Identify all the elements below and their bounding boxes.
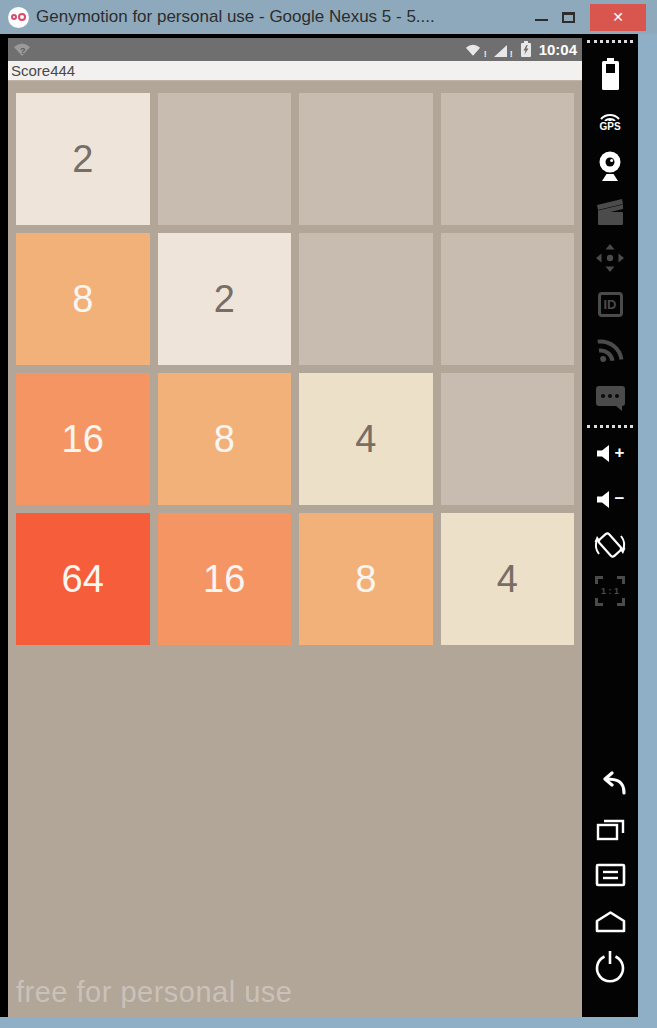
menu-button[interactable] [582,852,638,898]
back-icon [593,771,627,796]
battery-button[interactable] [582,51,638,97]
device-id-icon: ID [598,292,623,317]
broadcast-button[interactable] [582,327,638,373]
close-icon: ✕ [612,9,624,25]
device-id-button[interactable]: ID [582,281,638,327]
recent-apps-icon [595,816,626,842]
battery-charging-icon [520,41,532,58]
tile-8-r2c1: 8 [16,233,150,365]
gps-icon [597,109,623,121]
navigation-pad-button[interactable] [582,235,638,281]
rotate-screen-icon [592,527,628,563]
empty-cell-r3c4 [441,373,575,505]
minimize-icon [535,19,548,21]
pixel-perfect-icon: 1 : 1 [595,576,625,606]
home-button[interactable] [582,898,638,944]
minimize-button[interactable] [528,3,554,31]
sms-button[interactable] [582,373,638,419]
genymotion-toolbar: GPS [582,34,638,1017]
wifi-alert-mark: ! [484,49,487,59]
empty-cell-r1c4 [441,93,575,225]
camera-button[interactable] [582,143,638,189]
toolbar-separator-top [587,40,633,43]
tile-2-r1c1: 2 [16,93,150,225]
score-label: Score444 [11,62,75,79]
wifi-question-mark: ? [20,46,26,56]
volume-minus-sign: − [615,491,625,507]
broadcast-icon [594,334,626,366]
volume-up-button[interactable]: + [582,430,638,476]
camera-icon [595,150,625,183]
tile-4-r4c4: 4 [441,513,575,645]
pixel-perfect-button[interactable]: 1 : 1 [582,568,638,614]
window-title: Genymotion for personal use - Google Nex… [36,7,528,27]
tile-16-r4c2: 16 [158,513,292,645]
signal-alert-mark: ! [510,49,513,59]
power-button[interactable] [582,944,638,990]
device-bezel [0,34,8,1017]
tile-8-r4c3: 8 [299,513,433,645]
tile-16-r3c1: 16 [16,373,150,505]
rotate-screen-button[interactable] [582,522,638,568]
empty-cell-r1c2 [158,93,292,225]
screencast-icon [595,198,625,226]
power-icon [594,950,626,984]
emulator-window: Genymotion for personal use - Google Nex… [0,0,657,1028]
title-bar: Genymotion for personal use - Google Nex… [0,0,657,34]
clock: 10:04 [539,41,577,58]
tile-4-r3c3: 4 [299,373,433,505]
maximize-icon [562,12,575,23]
game-board[interactable]: 2821684641684 free for personal use [8,81,582,1017]
volume-down-icon [596,490,613,509]
android-screen: ? ! ! 10:04 Score444 28216846 [8,34,582,1017]
score-bar: Score444 [8,61,582,81]
tile-8-r3c2: 8 [158,373,292,505]
android-status-bar: ? ! ! 10:04 [8,38,582,61]
empty-cell-r1c3 [299,93,433,225]
maximize-button[interactable] [554,3,582,31]
close-button[interactable]: ✕ [590,4,646,31]
genymotion-logo-icon [8,7,29,28]
empty-cell-r2c4 [441,233,575,365]
home-icon [594,910,627,933]
volume-up-icon [596,444,613,463]
gps-button[interactable]: GPS [582,97,638,143]
pixel-perfect-label: 1 : 1 [601,586,619,596]
volume-plus-sign: + [615,445,625,461]
navigation-pad-icon [595,243,625,273]
screencast-button[interactable] [582,189,638,235]
tile-2-r2c2: 2 [158,233,292,365]
sms-icon [596,386,625,406]
back-button[interactable] [582,760,638,806]
recent-apps-button[interactable] [582,806,638,852]
tile-64-r4c1: 64 [16,513,150,645]
board-grid: 2821684641684 [8,81,582,645]
cellular-signal-icon [494,45,507,57]
watermark-text: free for personal use [16,976,292,1009]
toolbar-separator-middle [587,425,633,428]
menu-icon [595,863,626,887]
volume-down-button[interactable]: − [582,476,638,522]
wifi-status-icon [465,43,481,57]
gps-label: GPS [599,122,620,132]
battery-icon [599,58,622,91]
window-body: ? ! ! 10:04 Score444 28216846 [0,34,657,1017]
empty-cell-r2c3 [299,233,433,365]
wifi-notification-icon: ? [13,42,31,57]
